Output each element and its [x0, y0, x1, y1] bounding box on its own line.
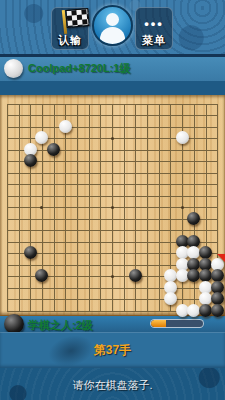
board-intersection[interactable]: [106, 202, 118, 214]
resign-button[interactable]: 认输: [51, 7, 89, 50]
board-intersection[interactable]: [71, 294, 83, 306]
board-intersection[interactable]: [200, 213, 212, 225]
board-intersection[interactable]: [13, 248, 25, 260]
board-intersection[interactable]: [24, 271, 36, 283]
board-intersection[interactable]: [83, 202, 95, 214]
board-intersection[interactable]: [83, 156, 95, 168]
board-intersection[interactable]: [36, 133, 48, 145]
board-intersection[interactable]: [13, 225, 25, 237]
board-intersection[interactable]: [211, 225, 223, 237]
board-intersection[interactable]: [36, 202, 48, 214]
board-intersection[interactable]: [141, 236, 153, 248]
board-intersection[interactable]: [176, 271, 188, 283]
board-intersection[interactable]: [71, 271, 83, 283]
board-intersection[interactable]: [95, 236, 107, 248]
board-intersection[interactable]: [141, 110, 153, 122]
board-intersection[interactable]: [165, 121, 177, 133]
board-intersection[interactable]: [13, 271, 25, 283]
board-intersection[interactable]: [13, 236, 25, 248]
board-intersection[interactable]: [95, 259, 107, 271]
board-intersection[interactable]: [95, 271, 107, 283]
board-intersection[interactable]: [130, 271, 142, 283]
board-intersection[interactable]: [1, 202, 13, 214]
board-intersection[interactable]: [1, 213, 13, 225]
board-intersection[interactable]: [24, 167, 36, 179]
board-intersection[interactable]: [13, 179, 25, 191]
board-intersection[interactable]: [36, 294, 48, 306]
board-intersection[interactable]: [118, 167, 130, 179]
board-intersection[interactable]: [176, 282, 188, 294]
board-intersection[interactable]: [130, 248, 142, 260]
board-intersection[interactable]: [71, 236, 83, 248]
board-intersection[interactable]: [1, 179, 13, 191]
board-intersection[interactable]: [48, 294, 60, 306]
board-intersection[interactable]: [1, 190, 13, 202]
board-intersection[interactable]: [48, 202, 60, 214]
board-intersection[interactable]: [36, 282, 48, 294]
board-intersection[interactable]: [153, 179, 165, 191]
board-intersection[interactable]: [153, 213, 165, 225]
board-intersection[interactable]: [71, 133, 83, 145]
board-intersection[interactable]: [211, 110, 223, 122]
board-intersection[interactable]: [153, 236, 165, 248]
board-intersection[interactable]: [24, 156, 36, 168]
board-intersection[interactable]: [36, 190, 48, 202]
board-intersection[interactable]: [83, 133, 95, 145]
board-intersection[interactable]: [200, 144, 212, 156]
board-intersection[interactable]: [83, 271, 95, 283]
board-intersection[interactable]: [83, 110, 95, 122]
board-intersection[interactable]: [188, 110, 200, 122]
board-intersection[interactable]: [118, 202, 130, 214]
board-intersection[interactable]: [95, 98, 107, 110]
board-intersection[interactable]: [200, 167, 212, 179]
board-intersection[interactable]: [59, 259, 71, 271]
board-intersection[interactable]: [24, 259, 36, 271]
board-intersection[interactable]: [48, 98, 60, 110]
board-intersection[interactable]: [106, 282, 118, 294]
board-intersection[interactable]: [153, 225, 165, 237]
board-intersection[interactable]: [106, 144, 118, 156]
board-intersection[interactable]: [141, 213, 153, 225]
board-intersection[interactable]: [106, 179, 118, 191]
board-intersection[interactable]: [188, 282, 200, 294]
board-intersection[interactable]: [118, 294, 130, 306]
board-intersection[interactable]: [71, 110, 83, 122]
board-intersection[interactable]: [130, 167, 142, 179]
board-intersection[interactable]: [211, 305, 223, 317]
board-intersection[interactable]: [176, 98, 188, 110]
board-intersection[interactable]: [59, 202, 71, 214]
board-intersection[interactable]: [24, 202, 36, 214]
player-avatar-button[interactable]: [92, 5, 133, 46]
board-intersection[interactable]: [36, 167, 48, 179]
menu-button[interactable]: ••• 菜单: [135, 7, 173, 50]
board-intersection[interactable]: [106, 213, 118, 225]
board-intersection[interactable]: [83, 294, 95, 306]
board-intersection[interactable]: [59, 213, 71, 225]
board-intersection[interactable]: [36, 110, 48, 122]
board-intersection[interactable]: [83, 144, 95, 156]
board-intersection[interactable]: [153, 156, 165, 168]
board-intersection[interactable]: [59, 271, 71, 283]
board-intersection[interactable]: [1, 156, 13, 168]
board-intersection[interactable]: [200, 179, 212, 191]
board-intersection[interactable]: [188, 213, 200, 225]
board-intersection[interactable]: [130, 121, 142, 133]
board-intersection[interactable]: [176, 167, 188, 179]
board-intersection[interactable]: [48, 248, 60, 260]
board-intersection[interactable]: [13, 156, 25, 168]
board-intersection[interactable]: [59, 248, 71, 260]
board-intersection[interactable]: [83, 259, 95, 271]
board-intersection[interactable]: [130, 144, 142, 156]
board-intersection[interactable]: [95, 179, 107, 191]
board-intersection[interactable]: [165, 294, 177, 306]
board-intersection[interactable]: [153, 144, 165, 156]
board-intersection[interactable]: [176, 190, 188, 202]
board-intersection[interactable]: [200, 225, 212, 237]
board-intersection[interactable]: [36, 236, 48, 248]
board-intersection[interactable]: [188, 98, 200, 110]
board-intersection[interactable]: [118, 213, 130, 225]
board-intersection[interactable]: [153, 110, 165, 122]
board-intersection[interactable]: [48, 282, 60, 294]
board-intersection[interactable]: [188, 133, 200, 145]
board-intersection[interactable]: [95, 248, 107, 260]
board-intersection[interactable]: [188, 167, 200, 179]
board-intersection[interactable]: [24, 110, 36, 122]
board-intersection[interactable]: [200, 202, 212, 214]
board-intersection[interactable]: [36, 156, 48, 168]
board-intersection[interactable]: [48, 236, 60, 248]
board-intersection[interactable]: [200, 121, 212, 133]
board-intersection[interactable]: [24, 282, 36, 294]
board-intersection[interactable]: [95, 190, 107, 202]
board-intersection[interactable]: [141, 156, 153, 168]
board-intersection[interactable]: [153, 294, 165, 306]
board-intersection[interactable]: [1, 271, 13, 283]
board-intersection[interactable]: [176, 156, 188, 168]
board-intersection[interactable]: [95, 110, 107, 122]
board-intersection[interactable]: [153, 167, 165, 179]
board-intersection[interactable]: [211, 121, 223, 133]
board-intersection[interactable]: [118, 259, 130, 271]
board-intersection[interactable]: [1, 294, 13, 306]
board-intersection[interactable]: [176, 202, 188, 214]
board-intersection[interactable]: [83, 121, 95, 133]
board-intersection[interactable]: [59, 236, 71, 248]
board-intersection[interactable]: [176, 133, 188, 145]
board-intersection[interactable]: [95, 167, 107, 179]
board-intersection[interactable]: [106, 110, 118, 122]
board-intersection[interactable]: [59, 190, 71, 202]
board-intersection[interactable]: [83, 98, 95, 110]
board-intersection[interactable]: [118, 271, 130, 283]
board-intersection[interactable]: [118, 133, 130, 145]
board-intersection[interactable]: [71, 156, 83, 168]
board-intersection[interactable]: [130, 190, 142, 202]
board-intersection[interactable]: [71, 225, 83, 237]
board-intersection[interactable]: [211, 213, 223, 225]
board-intersection[interactable]: [106, 248, 118, 260]
board-intersection[interactable]: [48, 121, 60, 133]
board-intersection[interactable]: [59, 179, 71, 191]
board-intersection[interactable]: [1, 98, 13, 110]
board-intersection[interactable]: [153, 133, 165, 145]
board-intersection[interactable]: [13, 259, 25, 271]
board-intersection[interactable]: [176, 305, 188, 317]
board-intersection[interactable]: [141, 259, 153, 271]
board-intersection[interactable]: [141, 225, 153, 237]
board-intersection[interactable]: [83, 248, 95, 260]
board-intersection[interactable]: [188, 144, 200, 156]
board-intersection[interactable]: [95, 213, 107, 225]
board-intersection[interactable]: [153, 190, 165, 202]
board-intersection[interactable]: [165, 236, 177, 248]
board-intersection[interactable]: [153, 202, 165, 214]
board-intersection[interactable]: [200, 156, 212, 168]
board-intersection[interactable]: [118, 236, 130, 248]
board-intersection[interactable]: [130, 98, 142, 110]
board-intersection[interactable]: [1, 144, 13, 156]
board-intersection[interactable]: [200, 98, 212, 110]
board-intersection[interactable]: [106, 271, 118, 283]
board-intersection[interactable]: [83, 282, 95, 294]
board-intersection[interactable]: [141, 167, 153, 179]
board-intersection[interactable]: [153, 271, 165, 283]
board-intersection[interactable]: [71, 144, 83, 156]
board-intersection[interactable]: [106, 190, 118, 202]
board-intersection[interactable]: [59, 156, 71, 168]
board-intersection[interactable]: [118, 225, 130, 237]
board-intersection[interactable]: [83, 179, 95, 191]
board-intersection[interactable]: [36, 213, 48, 225]
board-intersection[interactable]: [83, 225, 95, 237]
board-intersection[interactable]: [95, 225, 107, 237]
board-intersection[interactable]: [188, 190, 200, 202]
board-intersection[interactable]: [71, 167, 83, 179]
board-intersection[interactable]: [165, 133, 177, 145]
board-intersection[interactable]: [106, 121, 118, 133]
board-intersection[interactable]: [48, 271, 60, 283]
board-intersection[interactable]: [211, 236, 223, 248]
board-intersection[interactable]: [71, 98, 83, 110]
board-intersection[interactable]: [83, 167, 95, 179]
board-intersection[interactable]: [48, 225, 60, 237]
board-intersection[interactable]: [130, 110, 142, 122]
board-intersection[interactable]: [106, 225, 118, 237]
board-intersection[interactable]: [95, 121, 107, 133]
board-intersection[interactable]: [48, 144, 60, 156]
board-intersection[interactable]: [48, 167, 60, 179]
board-intersection[interactable]: [13, 110, 25, 122]
board-intersection[interactable]: [48, 156, 60, 168]
board-intersection[interactable]: [36, 98, 48, 110]
board-intersection[interactable]: [130, 282, 142, 294]
board-intersection[interactable]: [200, 110, 212, 122]
board-intersection[interactable]: [130, 213, 142, 225]
board-intersection[interactable]: [211, 133, 223, 145]
board-intersection[interactable]: [13, 202, 25, 214]
board-intersection[interactable]: [188, 305, 200, 317]
board-intersection[interactable]: [118, 98, 130, 110]
board-intersection[interactable]: [141, 248, 153, 260]
board-intersection[interactable]: [13, 167, 25, 179]
board-intersection[interactable]: [211, 167, 223, 179]
board-intersection[interactable]: [71, 248, 83, 260]
board-intersection[interactable]: [165, 248, 177, 260]
board-intersection[interactable]: [48, 179, 60, 191]
board-intersection[interactable]: [36, 248, 48, 260]
go-board[interactable]: [0, 95, 225, 315]
board-intersection[interactable]: [59, 121, 71, 133]
board-intersection[interactable]: [36, 144, 48, 156]
board-intersection[interactable]: [118, 156, 130, 168]
board-intersection[interactable]: [153, 282, 165, 294]
board-intersection[interactable]: [13, 133, 25, 145]
board-intersection[interactable]: [153, 98, 165, 110]
board-intersection[interactable]: [130, 202, 142, 214]
board-intersection[interactable]: [141, 190, 153, 202]
board-intersection[interactable]: [13, 213, 25, 225]
board-intersection[interactable]: [176, 179, 188, 191]
board-intersection[interactable]: [130, 156, 142, 168]
board-intersection[interactable]: [153, 248, 165, 260]
board-intersection[interactable]: [1, 121, 13, 133]
board-intersection[interactable]: [24, 179, 36, 191]
board-intersection[interactable]: [13, 294, 25, 306]
board-intersection[interactable]: [71, 190, 83, 202]
board-intersection[interactable]: [24, 121, 36, 133]
board-intersection[interactable]: [1, 236, 13, 248]
board-intersection[interactable]: [176, 110, 188, 122]
board-intersection[interactable]: [200, 190, 212, 202]
board-intersection[interactable]: [24, 190, 36, 202]
board-intersection[interactable]: [176, 213, 188, 225]
board-intersection[interactable]: [95, 133, 107, 145]
board-intersection[interactable]: [188, 156, 200, 168]
board-intersection[interactable]: [141, 294, 153, 306]
board-intersection[interactable]: [1, 133, 13, 145]
board-intersection[interactable]: [71, 121, 83, 133]
board-intersection[interactable]: [153, 121, 165, 133]
board-intersection[interactable]: [13, 121, 25, 133]
board-intersection[interactable]: [83, 213, 95, 225]
board-intersection[interactable]: [24, 294, 36, 306]
board-intersection[interactable]: [130, 225, 142, 237]
board-intersection[interactable]: [141, 202, 153, 214]
board-intersection[interactable]: [36, 271, 48, 283]
board-intersection[interactable]: [59, 225, 71, 237]
board-intersection[interactable]: [141, 179, 153, 191]
board-intersection[interactable]: [71, 213, 83, 225]
board-intersection[interactable]: [118, 110, 130, 122]
board-intersection[interactable]: [118, 282, 130, 294]
board-intersection[interactable]: [1, 167, 13, 179]
board-intersection[interactable]: [83, 190, 95, 202]
board-intersection[interactable]: [165, 98, 177, 110]
board-intersection[interactable]: [13, 190, 25, 202]
board-intersection[interactable]: [1, 282, 13, 294]
board-intersection[interactable]: [211, 202, 223, 214]
board-intersection[interactable]: [141, 282, 153, 294]
board-intersection[interactable]: [83, 236, 95, 248]
board-intersection[interactable]: [59, 167, 71, 179]
board-intersection[interactable]: [24, 225, 36, 237]
board-intersection[interactable]: [36, 225, 48, 237]
board-intersection[interactable]: [24, 98, 36, 110]
board-intersection[interactable]: [95, 294, 107, 306]
board-intersection[interactable]: [24, 213, 36, 225]
board-intersection[interactable]: [176, 144, 188, 156]
board-intersection[interactable]: [165, 144, 177, 156]
board-intersection[interactable]: [141, 144, 153, 156]
board-intersection[interactable]: [165, 225, 177, 237]
board-intersection[interactable]: [106, 156, 118, 168]
board-intersection[interactable]: [153, 259, 165, 271]
board-intersection[interactable]: [211, 98, 223, 110]
board-intersection[interactable]: [118, 121, 130, 133]
board-intersection[interactable]: [24, 248, 36, 260]
board-intersection[interactable]: [200, 305, 212, 317]
board-intersection[interactable]: [211, 144, 223, 156]
board-intersection[interactable]: [48, 190, 60, 202]
board-intersection[interactable]: [188, 271, 200, 283]
board-intersection[interactable]: [118, 179, 130, 191]
board-intersection[interactable]: [106, 167, 118, 179]
board-intersection[interactable]: [1, 225, 13, 237]
board-intersection[interactable]: [188, 179, 200, 191]
board-intersection[interactable]: [106, 236, 118, 248]
board-intersection[interactable]: [1, 259, 13, 271]
board-intersection[interactable]: [13, 144, 25, 156]
board-intersection[interactable]: [188, 121, 200, 133]
board-intersection[interactable]: [118, 190, 130, 202]
board-intersection[interactable]: [165, 110, 177, 122]
board-intersection[interactable]: [48, 213, 60, 225]
board-intersection[interactable]: [1, 110, 13, 122]
board-intersection[interactable]: [130, 179, 142, 191]
board-intersection[interactable]: [106, 294, 118, 306]
board-intersection[interactable]: [59, 294, 71, 306]
board-intersection[interactable]: [59, 133, 71, 145]
board-intersection[interactable]: [59, 98, 71, 110]
board-intersection[interactable]: [95, 202, 107, 214]
board-intersection[interactable]: [165, 213, 177, 225]
board-intersection[interactable]: [106, 133, 118, 145]
board-intersection[interactable]: [36, 179, 48, 191]
board-intersection[interactable]: [95, 144, 107, 156]
board-intersection[interactable]: [59, 282, 71, 294]
board-intersection[interactable]: [141, 133, 153, 145]
board-intersection[interactable]: [165, 202, 177, 214]
board-intersection[interactable]: [95, 282, 107, 294]
board-intersection[interactable]: [48, 259, 60, 271]
board-intersection[interactable]: [211, 190, 223, 202]
board-intersection[interactable]: [211, 156, 223, 168]
board-intersection[interactable]: [141, 121, 153, 133]
board-intersection[interactable]: [71, 282, 83, 294]
board-intersection[interactable]: [1, 248, 13, 260]
board-intersection[interactable]: [165, 156, 177, 168]
board-intersection[interactable]: [141, 98, 153, 110]
board-intersection[interactable]: [71, 202, 83, 214]
board-intersection[interactable]: [118, 248, 130, 260]
board-intersection[interactable]: [130, 294, 142, 306]
board-intersection[interactable]: [165, 167, 177, 179]
board-intersection[interactable]: [130, 236, 142, 248]
